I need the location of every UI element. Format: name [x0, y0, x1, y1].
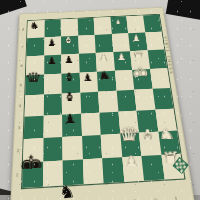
- chess-board: ♞♟♟♟♛♝♟♞♝♟♚♟♝♟♟♟♜♚♛♝♞♟♜ 87654321abcdefgh…: [10, 7, 195, 200]
- rank-label: 8: [20, 27, 26, 31]
- chess-piece-white-king[interactable]: ♚: [131, 64, 149, 84]
- rank-label: 3: [16, 125, 22, 130]
- rank-label: 1: [14, 172, 21, 178]
- captured-black-piece: ♞: [58, 182, 76, 200]
- rank-label: 6: [19, 63, 25, 68]
- file-label: h: [171, 195, 181, 200]
- chess-piece-white-pawn[interactable]: ♟: [98, 53, 109, 65]
- background-shadow-top-right: [166, 0, 200, 22]
- chessboard-photo: ♞♟♟♟♛♝♟♞♝♟♚♟♝♟♟♟♜♚♛♝♞♟♜ 87654321abcdefgh…: [0, 0, 200, 200]
- chess-piece-white-knight[interactable]: ♞: [158, 126, 177, 148]
- chess-piece-black-knight[interactable]: ♞: [98, 69, 113, 85]
- rank-label: 7: [19, 45, 25, 49]
- chess-piece-black-bishop[interactable]: ♝: [62, 70, 78, 87]
- chess-piece-white-bishop[interactable]: ♝: [62, 35, 75, 49]
- file-label: g: [151, 196, 161, 200]
- rank-label: 5: [18, 83, 24, 88]
- chess-piece-white-pawn[interactable]: ♟: [122, 154, 140, 174]
- chess-piece-white-pawn[interactable]: ♟: [114, 18, 123, 28]
- chess-piece-black-pawn[interactable]: ♟: [63, 113, 78, 130]
- file-label: f: [130, 198, 140, 200]
- chess-piece-black-pawn[interactable]: ♟: [47, 38, 57, 49]
- file-label: e: [110, 199, 119, 200]
- pieces-layer: ♞♟♟♟♛♝♟♞♝♟♚♟♝♟♟♟♜♚♛♝♞♟♜: [21, 14, 183, 187]
- chess-piece-black-queen[interactable]: ♛: [25, 70, 43, 90]
- vinyl-mat: ♞♟♟♟♛♝♟♞♝♟♚♟♝♟♟♟♜♚♛♝♞♟♜ 87654321abcdefgh…: [10, 7, 195, 200]
- coordinate-labels: 87654321abcdefgh: [19, 7, 163, 14]
- chess-piece-black-pawn[interactable]: ♟: [64, 55, 75, 67]
- chess-piece-black-knight[interactable]: ♞: [30, 21, 41, 33]
- chess-piece-black-pawn[interactable]: ♟: [81, 72, 93, 86]
- chess-piece-white-bishop[interactable]: ♝: [138, 126, 158, 148]
- chess-piece-white-pawn[interactable]: ♟: [131, 34, 141, 45]
- chess-piece-black-bishop[interactable]: ♝: [62, 89, 79, 108]
- rank-label: 4: [17, 103, 23, 108]
- chess-piece-black-king[interactable]: ♚: [18, 151, 45, 181]
- chess-piece-white-pawn[interactable]: ♟: [116, 52, 127, 64]
- chess-piece-black-pawn[interactable]: ♟: [46, 56, 57, 68]
